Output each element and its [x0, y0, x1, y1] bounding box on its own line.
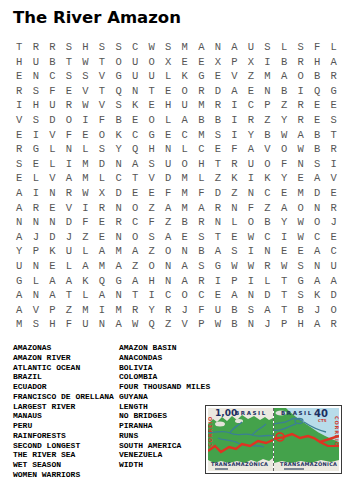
grid-cell: R [61, 98, 78, 113]
grid-cell: T [210, 157, 227, 172]
grid-cell: O [259, 157, 276, 172]
grid-cell: Z [127, 259, 144, 274]
grid-cell: U [127, 55, 144, 70]
grid-cell: B [309, 69, 326, 84]
grid-cell: N [110, 157, 127, 172]
grid-cell: E [210, 288, 227, 303]
grid-cell: O [61, 113, 78, 128]
grid-cell: K [77, 274, 94, 289]
grid-cell: S [61, 40, 78, 55]
grid-cell: J [259, 317, 276, 332]
grid-cell: O [325, 303, 342, 318]
grid-cell: R [28, 201, 45, 216]
grid-cell: T [143, 84, 160, 99]
word-list-item: FOUR THOUSAND MILES [119, 382, 210, 392]
grid-cell: B [309, 128, 326, 143]
grid-cell: I [243, 274, 260, 289]
grid-cell: I [94, 303, 111, 318]
grid-cell: D [259, 288, 276, 303]
grid-cell: Q [309, 84, 326, 99]
grid-cell: D [44, 113, 61, 128]
grid-cell: H [11, 55, 28, 70]
grid-cell: X [160, 55, 177, 70]
grid-cell: D [210, 84, 227, 99]
stamp-pair: CORREIO 1,00 BRASIL TRANSAMAZÔNICA [205, 405, 342, 474]
grid-cell: S [292, 40, 309, 55]
grid-cell: N [28, 215, 45, 230]
grid-cell: K [259, 171, 276, 186]
word-list-item: RAINFORESTS [13, 431, 114, 441]
grid-cell: M [110, 244, 127, 259]
grid-cell: R [193, 84, 210, 99]
grid-cell: E [160, 128, 177, 143]
grid-cell: A [193, 201, 210, 216]
grid-cell: E [94, 215, 111, 230]
grid-cell: E [160, 84, 177, 99]
puzzle-title: The River Amazon [13, 8, 181, 27]
stamp-fine-print [284, 468, 304, 470]
grid-cell: F [193, 186, 210, 201]
stamp-unit: CTS [318, 419, 327, 423]
grid-cell: T [61, 288, 78, 303]
grid-cell: C [127, 215, 144, 230]
grid-cell: O [110, 55, 127, 70]
grid-cell: N [28, 259, 45, 274]
grid-cell: I [210, 274, 227, 289]
grid-cell: N [11, 215, 28, 230]
grid-cell: L [160, 69, 177, 84]
word-list-item: AMAZON RIVER [13, 353, 114, 363]
grid-cell: O [176, 84, 193, 99]
grid-cell: A [309, 274, 326, 289]
grid-cell: N [160, 274, 177, 289]
grid-cell: Y [276, 215, 293, 230]
grid-cell: N [243, 288, 260, 303]
grid-cell: R [210, 201, 227, 216]
grid-cell: M [292, 186, 309, 201]
grid-cell: D [210, 186, 227, 201]
grid-cell: A [226, 288, 243, 303]
grid-cell: T [11, 40, 28, 55]
grid-cell: F [44, 84, 61, 99]
grid-cell: I [226, 113, 243, 128]
grid-cell: S [110, 40, 127, 55]
grid-cell: A [77, 259, 94, 274]
grid-cell: O [160, 244, 177, 259]
grid-cell: U [143, 69, 160, 84]
grid-cell: A [160, 230, 177, 245]
grid-cell: E [44, 259, 61, 274]
grid-cell: A [309, 171, 326, 186]
grid-cell: H [143, 274, 160, 289]
grid-cell: Z [143, 244, 160, 259]
grid-cell: K [127, 98, 144, 113]
grid-cell: E [276, 244, 293, 259]
grid-cell: F [160, 186, 177, 201]
grid-cell: R [110, 215, 127, 230]
grid-cell: E [325, 98, 342, 113]
grid-cell: F [143, 215, 160, 230]
grid-cell: H [309, 55, 326, 70]
grid-cell: N [309, 201, 326, 216]
grid-cell: Q [94, 274, 111, 289]
grid-cell: C [309, 230, 326, 245]
grid-cell: S [94, 40, 111, 55]
grid-cell: Y [276, 171, 293, 186]
word-list-item: FRANCISCO DE ORELLANA [13, 392, 114, 402]
grid-cell: F [243, 201, 260, 216]
grid-cell: N [243, 317, 260, 332]
grid-cell: A [226, 84, 243, 99]
grid-cell: L [77, 244, 94, 259]
grid-cell: C [243, 98, 260, 113]
grid-cell: E [325, 230, 342, 245]
grid-cell: C [160, 288, 177, 303]
grid-cell: C [193, 142, 210, 157]
grid-cell: Z [243, 69, 260, 84]
grid-cell: I [243, 244, 260, 259]
word-list-item: LENGTH [119, 402, 210, 412]
grid-cell: O [176, 157, 193, 172]
grid-cell: A [44, 274, 61, 289]
grid-cell: S [28, 84, 45, 99]
grid-cell: S [28, 113, 45, 128]
grid-cell: I [292, 84, 309, 99]
grid-cell: M [77, 303, 94, 318]
grid-cell: A [11, 288, 28, 303]
grid-cell: G [11, 274, 28, 289]
grid-cell: O [94, 128, 111, 143]
grid-cell: B [226, 317, 243, 332]
grid-cell: P [226, 274, 243, 289]
grid-cell: J [28, 230, 45, 245]
grid-cell: I [276, 230, 293, 245]
grid-cell: A [44, 288, 61, 303]
grid-cell: L [259, 274, 276, 289]
grid-cell: I [28, 128, 45, 143]
grid-cell: R [210, 98, 227, 113]
grid-cell: T [94, 55, 111, 70]
grid-cell: I [325, 157, 342, 172]
grid-cell: V [259, 142, 276, 157]
grid-cell: W [127, 317, 144, 332]
grid-cell: U [160, 157, 177, 172]
grid-cell: E [292, 171, 309, 186]
grid-cell: P [44, 303, 61, 318]
word-list-item: PIRANHA [119, 421, 210, 431]
word-list-item: RUNS [119, 431, 210, 441]
grid-cell: H [193, 157, 210, 172]
grid-cell: U [243, 40, 260, 55]
grid-cell: R [259, 259, 276, 274]
grid-cell: E [127, 186, 144, 201]
grid-cell: I [77, 113, 94, 128]
grid-cell: O [292, 201, 309, 216]
grid-cell: U [28, 55, 45, 70]
grid-cell: G [210, 259, 227, 274]
grid-cell: N [210, 215, 227, 230]
grid-cell: V [28, 303, 45, 318]
stamp-caption: TRANSAMAZÔNICA [280, 462, 337, 467]
grid-cell: R [193, 274, 210, 289]
grid-cell: F [193, 303, 210, 318]
grid-cell: E [226, 230, 243, 245]
grid-cell: B [259, 215, 276, 230]
grid-cell: R [127, 303, 144, 318]
grid-cell: J [325, 215, 342, 230]
grid-cell: N [243, 186, 260, 201]
grid-cell: A [61, 274, 78, 289]
grid-cell: S [28, 317, 45, 332]
grid-cell: M [77, 171, 94, 186]
grid-cell: W [226, 259, 243, 274]
grid-cell: U [77, 317, 94, 332]
grid-cell: T [325, 128, 342, 143]
grid-cell: L [77, 288, 94, 303]
grid-cell: W [143, 40, 160, 55]
grid-cell: C [325, 244, 342, 259]
grid-cell: F [276, 157, 293, 172]
grid-cell: L [176, 142, 193, 157]
grid-cell: E [176, 55, 193, 70]
grid-cell: C [127, 128, 144, 143]
grid-cell: R [61, 186, 78, 201]
grid-cell: N [44, 186, 61, 201]
grid-cell: N [44, 215, 61, 230]
grid-cell: U [11, 259, 28, 274]
grid-cell: A [11, 201, 28, 216]
grid-cell: R [292, 55, 309, 70]
grid-cell: A [160, 201, 177, 216]
grid-cell: U [210, 303, 227, 318]
grid-cell: U [44, 98, 61, 113]
grid-cell: E [210, 69, 227, 84]
grid-cell: S [193, 259, 210, 274]
grid-cell: U [61, 244, 78, 259]
grid-cell: W [243, 230, 260, 245]
grid-cell: M [176, 171, 193, 186]
grid-cell: F [61, 317, 78, 332]
grid-cell: A [325, 55, 342, 70]
grid-cell: R [11, 142, 28, 157]
grid-cell: U [325, 259, 342, 274]
grid-cell: I [11, 98, 28, 113]
grid-cell: N [176, 244, 193, 259]
grid-cell: B [210, 113, 227, 128]
grid-cell: W [292, 230, 309, 245]
grid-cell: E [309, 113, 326, 128]
stamp-side-label: CORREIO [208, 416, 213, 447]
grid-cell: G [143, 128, 160, 143]
grid-cell: I [226, 128, 243, 143]
grid-cell: L [44, 157, 61, 172]
grid-cell: N [259, 84, 276, 99]
grid-cell: S [193, 230, 210, 245]
grid-cell: M [94, 259, 111, 274]
word-list-item: BRAZIL [13, 372, 114, 382]
grid-cell: L [28, 171, 45, 186]
grid-cell: L [160, 113, 177, 128]
grid-cell: D [160, 171, 177, 186]
word-list-item: THE RIVER SEA [13, 450, 114, 460]
grid-cell: S [259, 40, 276, 55]
grid-cell: A [127, 244, 144, 259]
grid-cell: W [77, 186, 94, 201]
grid-cell: Z [276, 98, 293, 113]
grid-cell: S [160, 40, 177, 55]
grid-cell: W [210, 317, 227, 332]
grid-cell: K [226, 171, 243, 186]
grid-cell: N [28, 69, 45, 84]
grid-cell: G [193, 69, 210, 84]
grid-cell: N [259, 244, 276, 259]
grid-cell: M [193, 128, 210, 143]
grid-cell: M [193, 98, 210, 113]
grid-cell: V [77, 84, 94, 99]
grid-cell: S [210, 128, 227, 143]
grid-cell: Q [127, 142, 144, 157]
grid-cell: B [276, 55, 293, 70]
grid-cell: V [11, 113, 28, 128]
grid-cell: E [77, 128, 94, 143]
grid-cell: Z [61, 303, 78, 318]
word-list-item: ATLANTIC OCEAN [13, 363, 114, 373]
grid-cell: C [44, 69, 61, 84]
grid-cell: J [61, 230, 78, 245]
grid-cell: Y [243, 128, 260, 143]
grid-cell: L [44, 142, 61, 157]
word-list-item: BOLIVIA [119, 363, 210, 373]
grid-cell: J [176, 303, 193, 318]
grid-cell: A [243, 142, 260, 157]
grid-cell: E [11, 128, 28, 143]
grid-cell: R [292, 98, 309, 113]
grid-cell: I [28, 186, 45, 201]
grid-cell: A [94, 288, 111, 303]
grid-cell: Z [160, 215, 177, 230]
grid-cell: E [243, 84, 260, 99]
cloud-patch [215, 422, 225, 427]
grid-cell: E [325, 186, 342, 201]
grid-cell: M [176, 186, 193, 201]
grid-cell: S [94, 142, 111, 157]
grid-cell: R [94, 201, 111, 216]
grid-cell: O [143, 55, 160, 70]
stamp-side-label: CORREIO [334, 416, 339, 447]
grid-cell: O [243, 215, 260, 230]
grid-cell: R [11, 84, 28, 99]
grid-cell: A [226, 40, 243, 55]
grid-cell: A [176, 274, 193, 289]
word-list-item: ECUADOR [13, 382, 114, 392]
grid-cell: P [276, 317, 293, 332]
grid-cell: N [160, 259, 177, 274]
grid-cell: O [127, 201, 144, 216]
grid-cell: B [193, 113, 210, 128]
grid-cell: E [11, 69, 28, 84]
grid-cell: W [77, 55, 94, 70]
grid-cell: A [276, 201, 293, 216]
grid-cell: T [276, 288, 293, 303]
grid-cell: T [127, 171, 144, 186]
grid-cell: E [193, 55, 210, 70]
grid-cell: L [325, 40, 342, 55]
grid-cell: O [309, 215, 326, 230]
word-list-item: WOMEN WARRIORS [13, 470, 114, 480]
grid-cell: I [61, 157, 78, 172]
grid-cell: V [176, 317, 193, 332]
grid-cell: U [127, 69, 144, 84]
grid-cell: D [61, 215, 78, 230]
grid-cell: M [110, 303, 127, 318]
grid-cell: Z [226, 186, 243, 201]
grid-cell: P [193, 317, 210, 332]
grid-cell: A [276, 69, 293, 84]
word-list-item: AMAZONAS [13, 343, 114, 353]
grid-cell: S [325, 113, 342, 128]
grid-cell: E [176, 230, 193, 245]
stamp-right: BRASIL 40 CTS CORREIO TRANSAMAZÔNICA [273, 408, 339, 471]
grid-cell: F [226, 142, 243, 157]
grid-cell: D [44, 230, 61, 245]
grid-cell: Z [210, 171, 227, 186]
grid-cell: I [243, 171, 260, 186]
grid-cell: D [110, 186, 127, 201]
stamp-value: 1,00 [215, 409, 237, 418]
grid-cell: K [110, 128, 127, 143]
grid-cell: Y [143, 303, 160, 318]
grid-cell: Z [259, 113, 276, 128]
worksheet-page: The River Amazon TRRSHSSCWSMANAUSLSFLHUB… [0, 0, 354, 500]
stamp-country: BRASIL [281, 411, 313, 417]
grid-cell: Y [276, 113, 293, 128]
grid-cell: V [94, 98, 111, 113]
grid-cell: O [276, 142, 293, 157]
word-grid: TRRSHSSCWSMANAUSLSFLHUBTWTOUOXEEXPXIBRHA… [11, 40, 342, 332]
grid-cell: B [226, 303, 243, 318]
grid-cell: V [61, 201, 78, 216]
grid-cell: R [160, 303, 177, 318]
grid-cell: T [94, 84, 111, 99]
grid-cell: V [226, 69, 243, 84]
grid-cell: K [44, 244, 61, 259]
grid-cell: I [259, 55, 276, 70]
word-list-col1: AMAZONASAMAZON RIVERATLANTIC OCEANBRAZIL… [13, 343, 114, 480]
grid-cell: R [44, 40, 61, 55]
grid-cell: W [77, 98, 94, 113]
grid-cell: A [110, 317, 127, 332]
grid-cell: M [176, 40, 193, 55]
stamp-left: CORREIO 1,00 BRASIL TRANSAMAZÔNICA [208, 408, 273, 471]
grid-cell: L [276, 40, 293, 55]
grid-cell: A [292, 128, 309, 143]
grid-cell: D [309, 186, 326, 201]
grid-cell: H [77, 40, 94, 55]
grid-cell: H [292, 317, 309, 332]
grid-cell: J [309, 303, 326, 318]
grid-cell: N [309, 259, 326, 274]
word-list-item: GUYANA [119, 392, 210, 402]
grid-cell: R [243, 113, 260, 128]
grid-cell: N [110, 288, 127, 303]
grid-cell: V [94, 69, 111, 84]
grid-cell: T [127, 288, 144, 303]
grid-cell: U [176, 98, 193, 113]
grid-cell: V [44, 171, 61, 186]
grid-cell: R [325, 142, 342, 157]
grid-cell: E [11, 171, 28, 186]
grid-cell: B [259, 128, 276, 143]
